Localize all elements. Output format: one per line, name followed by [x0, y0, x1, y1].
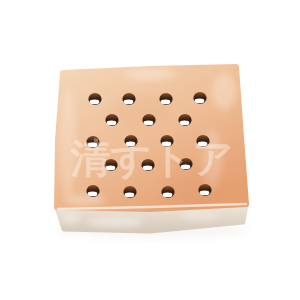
hole-light-crescent	[163, 193, 173, 198]
hole-light-crescent	[195, 99, 205, 104]
hole-light-crescent	[200, 191, 210, 196]
hole-light-crescent	[161, 100, 171, 105]
hole-light-crescent	[125, 193, 135, 198]
texture-patch	[124, 68, 176, 80]
texture-patch	[87, 217, 143, 227]
texture-patch	[180, 212, 220, 220]
hole-light-crescent	[88, 192, 98, 197]
texture-patch	[212, 74, 236, 110]
brick-illustration: 清すトア	[0, 0, 300, 300]
hole-light-crescent	[180, 121, 190, 126]
texture-patch	[65, 194, 105, 206]
texture-patch	[60, 212, 80, 224]
hole-light-crescent	[90, 100, 100, 105]
product-photo: 清すトア	[0, 0, 300, 300]
hole-light-crescent	[107, 121, 117, 126]
hole-light-crescent	[144, 121, 154, 126]
watermark-text: 清すトア	[70, 135, 234, 181]
hole-light-crescent	[124, 100, 134, 105]
